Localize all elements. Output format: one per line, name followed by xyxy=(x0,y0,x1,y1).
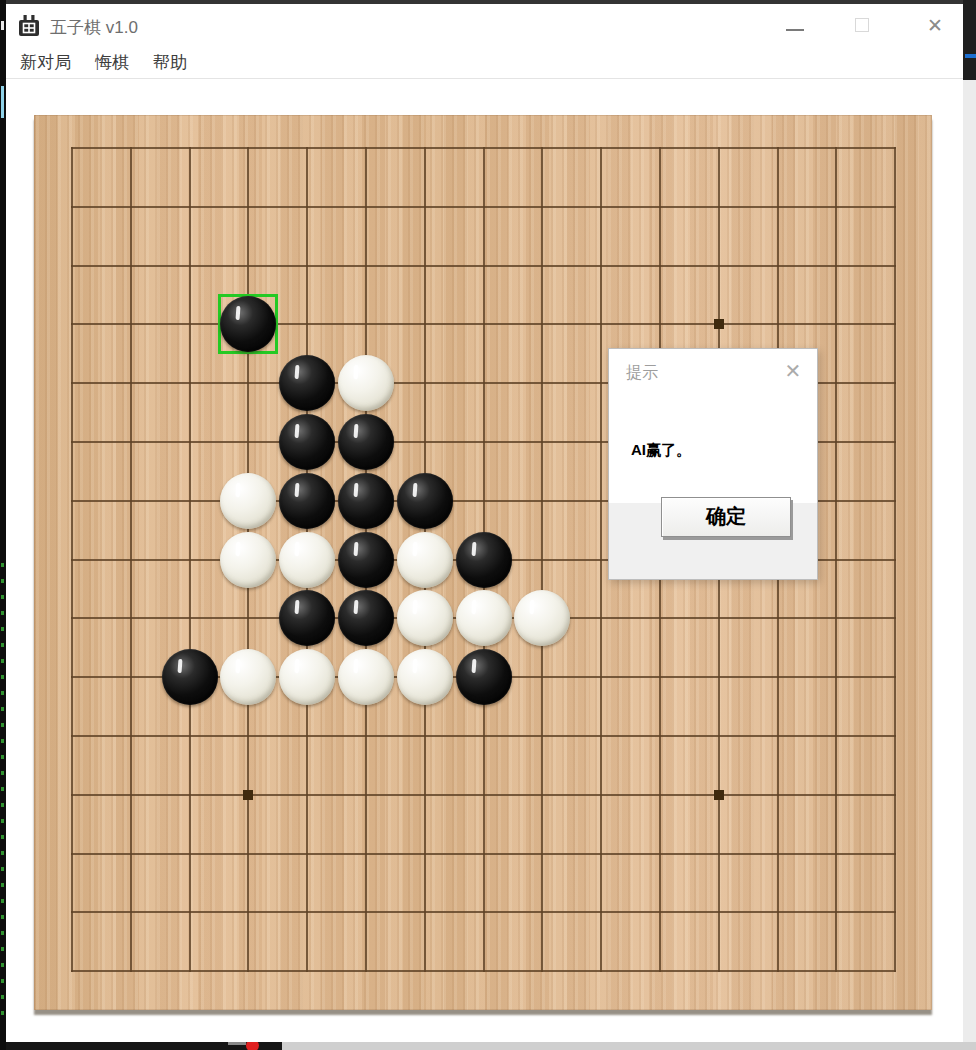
stone-black xyxy=(279,590,335,646)
star-point xyxy=(714,319,724,329)
dialog-footer: 确定 xyxy=(609,503,817,579)
star-point xyxy=(714,790,724,800)
stone-white xyxy=(397,649,453,705)
stone-glint xyxy=(354,364,359,378)
stone-black xyxy=(397,473,453,529)
close-icon[interactable]: ✕ xyxy=(922,14,948,38)
background-blue-mark xyxy=(965,54,976,58)
stone-glint xyxy=(295,482,300,496)
stone-black xyxy=(338,590,394,646)
stone-glint xyxy=(236,541,241,555)
grid-line-vertical xyxy=(600,147,602,972)
stone-white xyxy=(279,532,335,588)
stone-glint xyxy=(472,541,477,555)
stone-glint xyxy=(413,599,418,613)
screen: 五子棋 v1.0 ✕ 新对局悔棋帮助 提示 ✕ AI赢了。 确定 xyxy=(0,0,976,1050)
stone-white xyxy=(220,473,276,529)
grid-line-horizontal xyxy=(71,853,896,855)
ok-button[interactable]: 确定 xyxy=(661,497,791,537)
grid-line-horizontal xyxy=(71,970,896,972)
title-bar: 五子棋 v1.0 ✕ xyxy=(6,4,963,48)
grid-line-horizontal xyxy=(71,911,896,913)
dialog-message: AI赢了。 xyxy=(631,441,691,460)
background-gray-dash xyxy=(228,1042,246,1045)
stone-black xyxy=(162,649,218,705)
stone-glint xyxy=(530,599,535,613)
stone-white xyxy=(397,590,453,646)
grid-line-vertical xyxy=(835,147,837,972)
stone-white xyxy=(456,590,512,646)
stone-glint xyxy=(236,305,241,319)
stone-glint xyxy=(354,541,359,555)
stone-white xyxy=(514,590,570,646)
grid-line-vertical xyxy=(541,147,543,972)
stone-glint xyxy=(472,599,477,613)
stone-glint xyxy=(354,482,359,496)
stone-white xyxy=(338,649,394,705)
stone-white xyxy=(220,649,276,705)
stone-white xyxy=(338,355,394,411)
stone-glint xyxy=(178,658,183,672)
stone-glint xyxy=(295,364,300,378)
dialog-title: 提示 xyxy=(626,363,658,384)
stone-white xyxy=(279,649,335,705)
stone-black xyxy=(279,355,335,411)
stone-glint xyxy=(295,599,300,613)
stone-black xyxy=(338,473,394,529)
menu-bar: 新对局悔棋帮助 xyxy=(6,48,963,79)
stone-black xyxy=(279,414,335,470)
prompt-dialog: 提示 ✕ AI赢了。 确定 xyxy=(608,348,818,580)
stone-black xyxy=(338,532,394,588)
stone-white xyxy=(397,532,453,588)
stone-glint xyxy=(413,541,418,555)
board-icon xyxy=(16,13,42,39)
stone-black xyxy=(279,473,335,529)
background-white-mark xyxy=(1,21,4,30)
stone-glint xyxy=(236,658,241,672)
background-terminal-noise xyxy=(1,555,4,1015)
stone-glint xyxy=(413,658,418,672)
grid-line-horizontal xyxy=(71,735,896,737)
stone-white xyxy=(220,532,276,588)
window-title: 五子棋 v1.0 xyxy=(50,16,138,39)
background-left-strip xyxy=(0,0,6,1050)
stone-glint xyxy=(295,541,300,555)
menu-item-help[interactable]: 帮助 xyxy=(141,48,199,78)
grid-line-vertical xyxy=(894,147,896,972)
stone-glint xyxy=(354,599,359,613)
menu-item-new-game[interactable]: 新对局 xyxy=(8,48,83,78)
stone-glint xyxy=(354,658,359,672)
background-blue-mark-left xyxy=(1,86,4,118)
grid-line-horizontal xyxy=(71,794,896,796)
maximize-icon[interactable] xyxy=(855,18,869,32)
star-point xyxy=(243,790,253,800)
dialog-close-icon[interactable]: ✕ xyxy=(781,359,805,383)
stone-glint xyxy=(472,658,477,672)
background-bottom-strip xyxy=(0,1042,976,1050)
stone-glint xyxy=(236,482,241,496)
stone-glint xyxy=(413,482,418,496)
background-right-panel xyxy=(963,80,976,1042)
stone-glint xyxy=(295,658,300,672)
stone-glint xyxy=(295,423,300,437)
menu-item-undo[interactable]: 悔棋 xyxy=(83,48,141,78)
stone-black xyxy=(220,296,276,352)
background-right-strip xyxy=(963,0,976,80)
minimize-icon[interactable] xyxy=(786,29,804,31)
stone-black xyxy=(456,649,512,705)
stone-black xyxy=(456,532,512,588)
stone-glint xyxy=(354,423,359,437)
stone-black xyxy=(338,414,394,470)
